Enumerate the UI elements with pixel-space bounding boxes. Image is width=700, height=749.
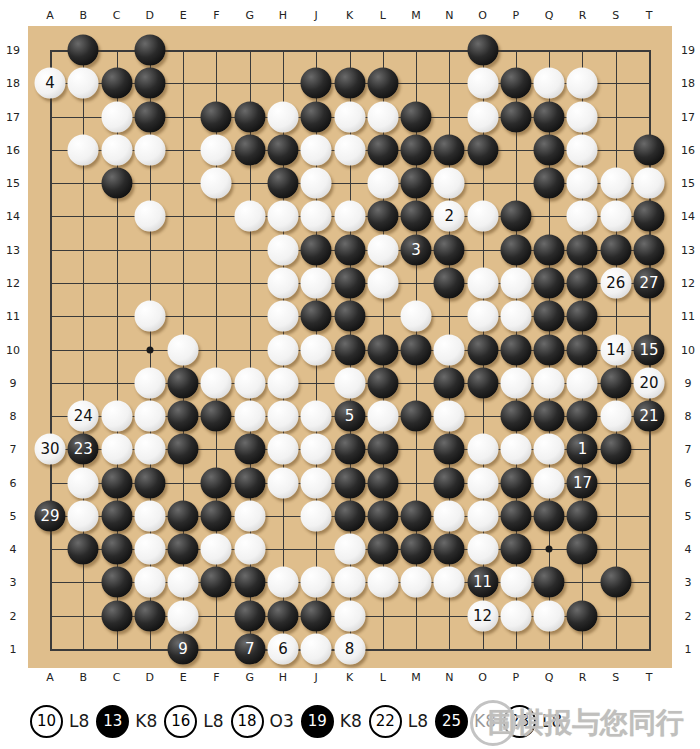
stone-M10 xyxy=(401,334,432,365)
stone-N6 xyxy=(434,467,465,498)
column-label-bottom: O xyxy=(478,671,487,684)
stone-T12-move-27: 27 xyxy=(634,267,665,298)
stone-N8 xyxy=(434,401,465,432)
row-label-right: 12 xyxy=(681,276,695,289)
stone-T8-move-21: 21 xyxy=(634,401,665,432)
stone-J7 xyxy=(301,434,332,465)
column-label-bottom: C xyxy=(113,671,121,684)
stone-R17 xyxy=(567,101,598,132)
stone-J1 xyxy=(301,634,332,665)
stone-D8 xyxy=(134,401,165,432)
column-label-top: B xyxy=(79,9,87,22)
caption-move-point: L8 xyxy=(203,711,223,731)
stone-O9 xyxy=(467,367,498,398)
row-label-left: 9 xyxy=(10,376,17,389)
stone-H2 xyxy=(267,600,298,631)
stone-C5 xyxy=(101,500,132,531)
caption-move-point: O3 xyxy=(270,711,294,731)
stone-C18 xyxy=(101,68,132,99)
caption-move-number: 25 xyxy=(435,705,468,738)
column-label-top: F xyxy=(213,9,219,22)
stone-D18 xyxy=(134,68,165,99)
stone-L10 xyxy=(367,334,398,365)
stone-H11 xyxy=(267,301,298,332)
stone-E9 xyxy=(168,367,199,398)
stone-D2 xyxy=(134,600,165,631)
stone-R12 xyxy=(567,267,598,298)
stone-H14 xyxy=(267,201,298,232)
stone-M16 xyxy=(401,134,432,165)
column-label-bottom: R xyxy=(579,671,587,684)
star-point xyxy=(146,346,153,353)
stone-S12-move-26: 26 xyxy=(600,267,631,298)
row-label-right: 16 xyxy=(681,143,695,156)
stone-S3 xyxy=(600,567,631,598)
stone-E4 xyxy=(168,534,199,565)
stone-R10 xyxy=(567,334,598,365)
stone-H15 xyxy=(267,168,298,199)
stone-K17 xyxy=(334,101,365,132)
stone-C2 xyxy=(101,600,132,631)
column-label-bottom: H xyxy=(279,671,287,684)
stone-Q9 xyxy=(534,367,565,398)
stone-A5-move-29: 29 xyxy=(35,500,66,531)
stone-L14 xyxy=(367,201,398,232)
stone-Q6 xyxy=(534,467,565,498)
caption-move-number: 18 xyxy=(231,705,264,738)
stone-Q2 xyxy=(534,600,565,631)
caption-entry-move-28: 28L8 xyxy=(503,705,562,738)
stone-G5 xyxy=(234,500,265,531)
row-label-right: 5 xyxy=(685,509,692,522)
stone-J5 xyxy=(301,500,332,531)
row-label-right: 13 xyxy=(681,243,695,256)
stone-H6 xyxy=(267,467,298,498)
caption-move-point: L8 xyxy=(69,711,89,731)
row-label-left: 18 xyxy=(6,77,20,90)
stone-M17 xyxy=(401,101,432,132)
column-label-top: S xyxy=(612,9,619,22)
stone-D19 xyxy=(134,35,165,66)
stone-L6 xyxy=(367,467,398,498)
stone-Q13 xyxy=(534,234,565,265)
caption-move-point: L8 xyxy=(542,711,562,731)
row-label-right: 2 xyxy=(685,609,692,622)
stone-A18-move-4: 4 xyxy=(35,68,66,99)
stone-M15 xyxy=(401,168,432,199)
row-label-left: 2 xyxy=(10,609,17,622)
caption-move-point: K8 xyxy=(135,711,157,731)
stone-J14 xyxy=(301,201,332,232)
stone-N16 xyxy=(434,134,465,165)
stone-L8 xyxy=(367,401,398,432)
stone-E7 xyxy=(168,434,199,465)
stone-C4 xyxy=(101,534,132,565)
stone-B6 xyxy=(68,467,99,498)
stone-O7 xyxy=(467,434,498,465)
stone-M5 xyxy=(401,500,432,531)
stone-E3 xyxy=(168,567,199,598)
stone-H17 xyxy=(267,101,298,132)
stone-K4 xyxy=(334,534,365,565)
caption-move-number: 22 xyxy=(369,705,402,738)
stone-R11 xyxy=(567,301,598,332)
column-label-top: G xyxy=(245,9,254,22)
stone-C3 xyxy=(101,567,132,598)
stone-F5 xyxy=(201,500,232,531)
row-label-left: 3 xyxy=(10,576,17,589)
caption-move-point: L8 xyxy=(408,711,428,731)
column-label-bottom: N xyxy=(445,671,453,684)
stone-R15 xyxy=(567,168,598,199)
stone-B5 xyxy=(68,500,99,531)
column-label-bottom: F xyxy=(213,671,219,684)
row-label-right: 19 xyxy=(681,44,695,57)
stone-N3 xyxy=(434,567,465,598)
stone-P13 xyxy=(500,234,531,265)
stone-N7 xyxy=(434,434,465,465)
stone-Q15 xyxy=(534,168,565,199)
row-label-right: 3 xyxy=(685,576,692,589)
stone-S7 xyxy=(600,434,631,465)
column-label-top: R xyxy=(579,9,587,22)
stone-P11 xyxy=(500,301,531,332)
stone-C15 xyxy=(101,168,132,199)
row-label-right: 9 xyxy=(685,376,692,389)
stone-L16 xyxy=(367,134,398,165)
stone-R8 xyxy=(567,401,598,432)
stone-P6 xyxy=(500,467,531,498)
column-label-bottom: K xyxy=(346,671,353,684)
stone-O10 xyxy=(467,334,498,365)
stone-E2 xyxy=(168,600,199,631)
column-label-top: A xyxy=(46,9,54,22)
stone-T13 xyxy=(634,234,665,265)
stone-N14-move-2: 2 xyxy=(434,201,465,232)
stone-T10-move-15: 15 xyxy=(634,334,665,365)
stone-O3-move-11: 11 xyxy=(467,567,498,598)
stone-R4 xyxy=(567,534,598,565)
stone-O17 xyxy=(467,101,498,132)
row-label-left: 8 xyxy=(10,410,17,423)
column-label-top: C xyxy=(113,9,121,22)
column-label-bottom: A xyxy=(46,671,54,684)
stone-R16 xyxy=(567,134,598,165)
column-label-bottom: G xyxy=(245,671,254,684)
stone-Q3 xyxy=(534,567,565,598)
stone-S13 xyxy=(600,234,631,265)
stone-Q12 xyxy=(534,267,565,298)
caption-entry-move-18: 18O3 xyxy=(231,705,294,738)
go-board: 42326271415202452130231172911129768 xyxy=(28,26,672,668)
stone-P3 xyxy=(500,567,531,598)
stone-H10 xyxy=(267,334,298,365)
column-label-top: D xyxy=(146,9,154,22)
row-label-right: 15 xyxy=(681,177,695,190)
stone-O18 xyxy=(467,68,498,99)
caption-move-number: 13 xyxy=(96,705,129,738)
stone-H8 xyxy=(267,401,298,432)
stone-T9-move-20: 20 xyxy=(634,367,665,398)
stone-K7 xyxy=(334,434,365,465)
stone-H16 xyxy=(267,134,298,165)
stone-F15 xyxy=(201,168,232,199)
row-label-left: 10 xyxy=(6,343,20,356)
caption-move-number: 16 xyxy=(164,705,197,738)
row-label-left: 13 xyxy=(6,243,20,256)
grid-line-vertical xyxy=(50,50,52,651)
column-label-top: O xyxy=(478,9,487,22)
stone-L15 xyxy=(367,168,398,199)
stone-K8-move-5: 5 xyxy=(334,401,365,432)
stone-R18 xyxy=(567,68,598,99)
stone-K12 xyxy=(334,267,365,298)
row-label-right: 1 xyxy=(685,643,692,656)
stone-Q10 xyxy=(534,334,565,365)
caption-entry-move-16: 16L8 xyxy=(164,705,223,738)
stone-M14 xyxy=(401,201,432,232)
stone-R13 xyxy=(567,234,598,265)
stone-M8 xyxy=(401,401,432,432)
stone-B4 xyxy=(68,534,99,565)
stone-G3 xyxy=(234,567,265,598)
stone-K1-move-8: 8 xyxy=(334,634,365,665)
stone-K5 xyxy=(334,500,365,531)
column-label-bottom: P xyxy=(513,671,520,684)
stone-E8 xyxy=(168,401,199,432)
stone-T14 xyxy=(634,201,665,232)
stone-O19 xyxy=(467,35,498,66)
stone-C17 xyxy=(101,101,132,132)
stone-C8 xyxy=(101,401,132,432)
stone-J13 xyxy=(301,234,332,265)
stone-N5 xyxy=(434,500,465,531)
stone-O2-move-12: 12 xyxy=(467,600,498,631)
row-label-right: 18 xyxy=(681,77,695,90)
stone-L13 xyxy=(367,234,398,265)
stone-S10-move-14: 14 xyxy=(600,334,631,365)
stone-L7 xyxy=(367,434,398,465)
stone-S15 xyxy=(600,168,631,199)
stone-B16 xyxy=(68,134,99,165)
row-label-left: 7 xyxy=(10,443,17,456)
stone-Q7 xyxy=(534,434,565,465)
stone-P12 xyxy=(500,267,531,298)
stone-R5 xyxy=(567,500,598,531)
stone-T15 xyxy=(634,168,665,199)
stone-P14 xyxy=(500,201,531,232)
stone-Q16 xyxy=(534,134,565,165)
stone-J17 xyxy=(301,101,332,132)
stone-C7 xyxy=(101,434,132,465)
caption-move-point: K8 xyxy=(474,711,496,731)
stone-L12 xyxy=(367,267,398,298)
stone-O5 xyxy=(467,500,498,531)
stone-D3 xyxy=(134,567,165,598)
stone-G7 xyxy=(234,434,265,465)
caption-move-number: 28 xyxy=(503,705,536,738)
stone-M3 xyxy=(401,567,432,598)
row-label-right: 6 xyxy=(685,476,692,489)
star-point xyxy=(546,546,553,553)
column-label-bottom: E xyxy=(180,671,187,684)
column-label-top: P xyxy=(513,9,520,22)
stone-S14 xyxy=(600,201,631,232)
stone-N15 xyxy=(434,168,465,199)
stone-D17 xyxy=(134,101,165,132)
stone-O4 xyxy=(467,534,498,565)
stone-C16 xyxy=(101,134,132,165)
stone-D11 xyxy=(134,301,165,332)
caption-entry-move-19: 19K8 xyxy=(301,705,362,738)
stone-N10 xyxy=(434,334,465,365)
stone-J10 xyxy=(301,334,332,365)
stone-N13 xyxy=(434,234,465,265)
stone-Q8 xyxy=(534,401,565,432)
stone-L5 xyxy=(367,500,398,531)
stone-Q5 xyxy=(534,500,565,531)
caption-move-number: 10 xyxy=(30,705,63,738)
stone-O6 xyxy=(467,467,498,498)
stone-D5 xyxy=(134,500,165,531)
stone-K6 xyxy=(334,467,365,498)
stone-R9 xyxy=(567,367,598,398)
stone-P2 xyxy=(500,600,531,631)
stone-Q17 xyxy=(534,101,565,132)
column-label-bottom: J xyxy=(315,671,318,684)
stone-E10 xyxy=(168,334,199,365)
stone-K9 xyxy=(334,367,365,398)
stone-R7-move-1: 1 xyxy=(567,434,598,465)
column-label-top: N xyxy=(445,9,453,22)
go-diagram: 42326271415202452130231172911129768 AA19… xyxy=(0,0,700,749)
stone-K11 xyxy=(334,301,365,332)
stone-T16 xyxy=(634,134,665,165)
caption-move-number: 19 xyxy=(301,705,334,738)
column-label-bottom: L xyxy=(380,671,386,684)
stone-O14 xyxy=(467,201,498,232)
row-label-left: 15 xyxy=(6,177,20,190)
row-label-right: 7 xyxy=(685,443,692,456)
stone-P8 xyxy=(500,401,531,432)
stone-H9 xyxy=(267,367,298,398)
stone-C6 xyxy=(101,467,132,498)
stone-Q11 xyxy=(534,301,565,332)
column-label-bottom: B xyxy=(79,671,87,684)
stone-J15 xyxy=(301,168,332,199)
stone-N4 xyxy=(434,534,465,565)
stone-D14 xyxy=(134,201,165,232)
stone-K2 xyxy=(334,600,365,631)
stone-G6 xyxy=(234,467,265,498)
row-label-left: 12 xyxy=(6,276,20,289)
stone-F8 xyxy=(201,401,232,432)
stone-D4 xyxy=(134,534,165,565)
stone-M13-move-3: 3 xyxy=(401,234,432,265)
column-label-top: J xyxy=(315,9,318,22)
stone-G9 xyxy=(234,367,265,398)
move-caption: 10L813K816L818O319K822L825K828L8 xyxy=(30,700,690,742)
stone-J6 xyxy=(301,467,332,498)
stone-H12 xyxy=(267,267,298,298)
stone-E5 xyxy=(168,500,199,531)
row-label-left: 17 xyxy=(6,110,20,123)
stone-S9 xyxy=(600,367,631,398)
column-label-top: M xyxy=(411,9,421,22)
stone-K13 xyxy=(334,234,365,265)
row-label-left: 14 xyxy=(6,210,20,223)
row-label-right: 17 xyxy=(681,110,695,123)
row-label-right: 10 xyxy=(681,343,695,356)
stone-R14 xyxy=(567,201,598,232)
stone-R2 xyxy=(567,600,598,631)
row-label-left: 11 xyxy=(6,310,20,323)
stone-K3 xyxy=(334,567,365,598)
stone-M4 xyxy=(401,534,432,565)
stone-E1-move-9: 9 xyxy=(168,634,199,665)
stone-P9 xyxy=(500,367,531,398)
stone-L3 xyxy=(367,567,398,598)
row-label-left: 16 xyxy=(6,143,20,156)
stone-P7 xyxy=(500,434,531,465)
stone-J2 xyxy=(301,600,332,631)
row-label-right: 8 xyxy=(685,410,692,423)
stone-D6 xyxy=(134,467,165,498)
stone-F17 xyxy=(201,101,232,132)
stone-H7 xyxy=(267,434,298,465)
stone-P18 xyxy=(500,68,531,99)
stone-H1-move-6: 6 xyxy=(267,634,298,665)
stone-O16 xyxy=(467,134,498,165)
stone-P17 xyxy=(500,101,531,132)
row-label-left: 4 xyxy=(10,543,17,556)
stone-G8 xyxy=(234,401,265,432)
stone-G2 xyxy=(234,600,265,631)
column-label-bottom: M xyxy=(411,671,421,684)
stone-J18 xyxy=(301,68,332,99)
column-label-top: Q xyxy=(545,9,554,22)
column-label-bottom: Q xyxy=(545,671,554,684)
stone-F4 xyxy=(201,534,232,565)
stone-J8 xyxy=(301,401,332,432)
stone-B19 xyxy=(68,35,99,66)
column-label-bottom: T xyxy=(646,671,653,684)
stone-G16 xyxy=(234,134,265,165)
stone-G14 xyxy=(234,201,265,232)
stone-R6-move-17: 17 xyxy=(567,467,598,498)
caption-entry-move-25: 25K8 xyxy=(435,705,496,738)
stone-B18 xyxy=(68,68,99,99)
stone-F3 xyxy=(201,567,232,598)
column-label-top: H xyxy=(279,9,287,22)
stone-H13 xyxy=(267,234,298,265)
stone-L9 xyxy=(367,367,398,398)
stone-K14 xyxy=(334,201,365,232)
column-label-top: E xyxy=(180,9,187,22)
stone-P4 xyxy=(500,534,531,565)
stone-P5 xyxy=(500,500,531,531)
row-label-right: 14 xyxy=(681,210,695,223)
stone-P10 xyxy=(500,334,531,365)
stone-F6 xyxy=(201,467,232,498)
row-label-right: 11 xyxy=(681,310,695,323)
stone-K18 xyxy=(334,68,365,99)
stone-O11 xyxy=(467,301,498,332)
stone-N9 xyxy=(434,367,465,398)
stone-G4 xyxy=(234,534,265,565)
stone-F9 xyxy=(201,367,232,398)
stone-A7-move-30: 30 xyxy=(35,434,66,465)
